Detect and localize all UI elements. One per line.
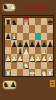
square-h3[interactable]: ♟ xyxy=(47,54,53,61)
square-h2[interactable] xyxy=(47,62,53,69)
square-h6[interactable] xyxy=(47,33,53,40)
check-status-label: CHECK xyxy=(22,5,52,11)
white-pawn-icon: ♟ xyxy=(10,4,16,11)
menu-bar-icon xyxy=(51,82,54,83)
black-knight-icon: ♞ xyxy=(3,82,9,89)
square-h4[interactable] xyxy=(47,47,53,54)
menu-bar-icon xyxy=(51,84,54,85)
chess-board-frame: ♜♞♛♚♟♝♟♟♟♟♟♟♟♝♟♝♟♟♟♟♟♟♟♞♜♚♞♜ xyxy=(2,15,54,77)
square-h1[interactable]: ♜ xyxy=(47,69,53,76)
square-h7[interactable] xyxy=(47,25,53,32)
black-pawn-icon: ♟ xyxy=(10,82,16,89)
captured-pieces-tray-bottom: ♞♟ xyxy=(2,80,17,90)
white-rook-h1: ♜ xyxy=(47,70,54,78)
chess-board[interactable]: ♜♞♛♚♟♝♟♟♟♟♟♟♟♝♟♝♟♟♟♟♟♟♟♞♜♚♞♜ xyxy=(5,18,53,76)
square-h8[interactable]: ♚ xyxy=(47,18,53,25)
captured-pieces-tray-top: ♞♟ xyxy=(2,3,16,12)
menu-button[interactable] xyxy=(49,79,56,88)
black-knight-icon: ♞ xyxy=(2,4,8,11)
square-h5[interactable]: ♟ xyxy=(47,40,53,47)
